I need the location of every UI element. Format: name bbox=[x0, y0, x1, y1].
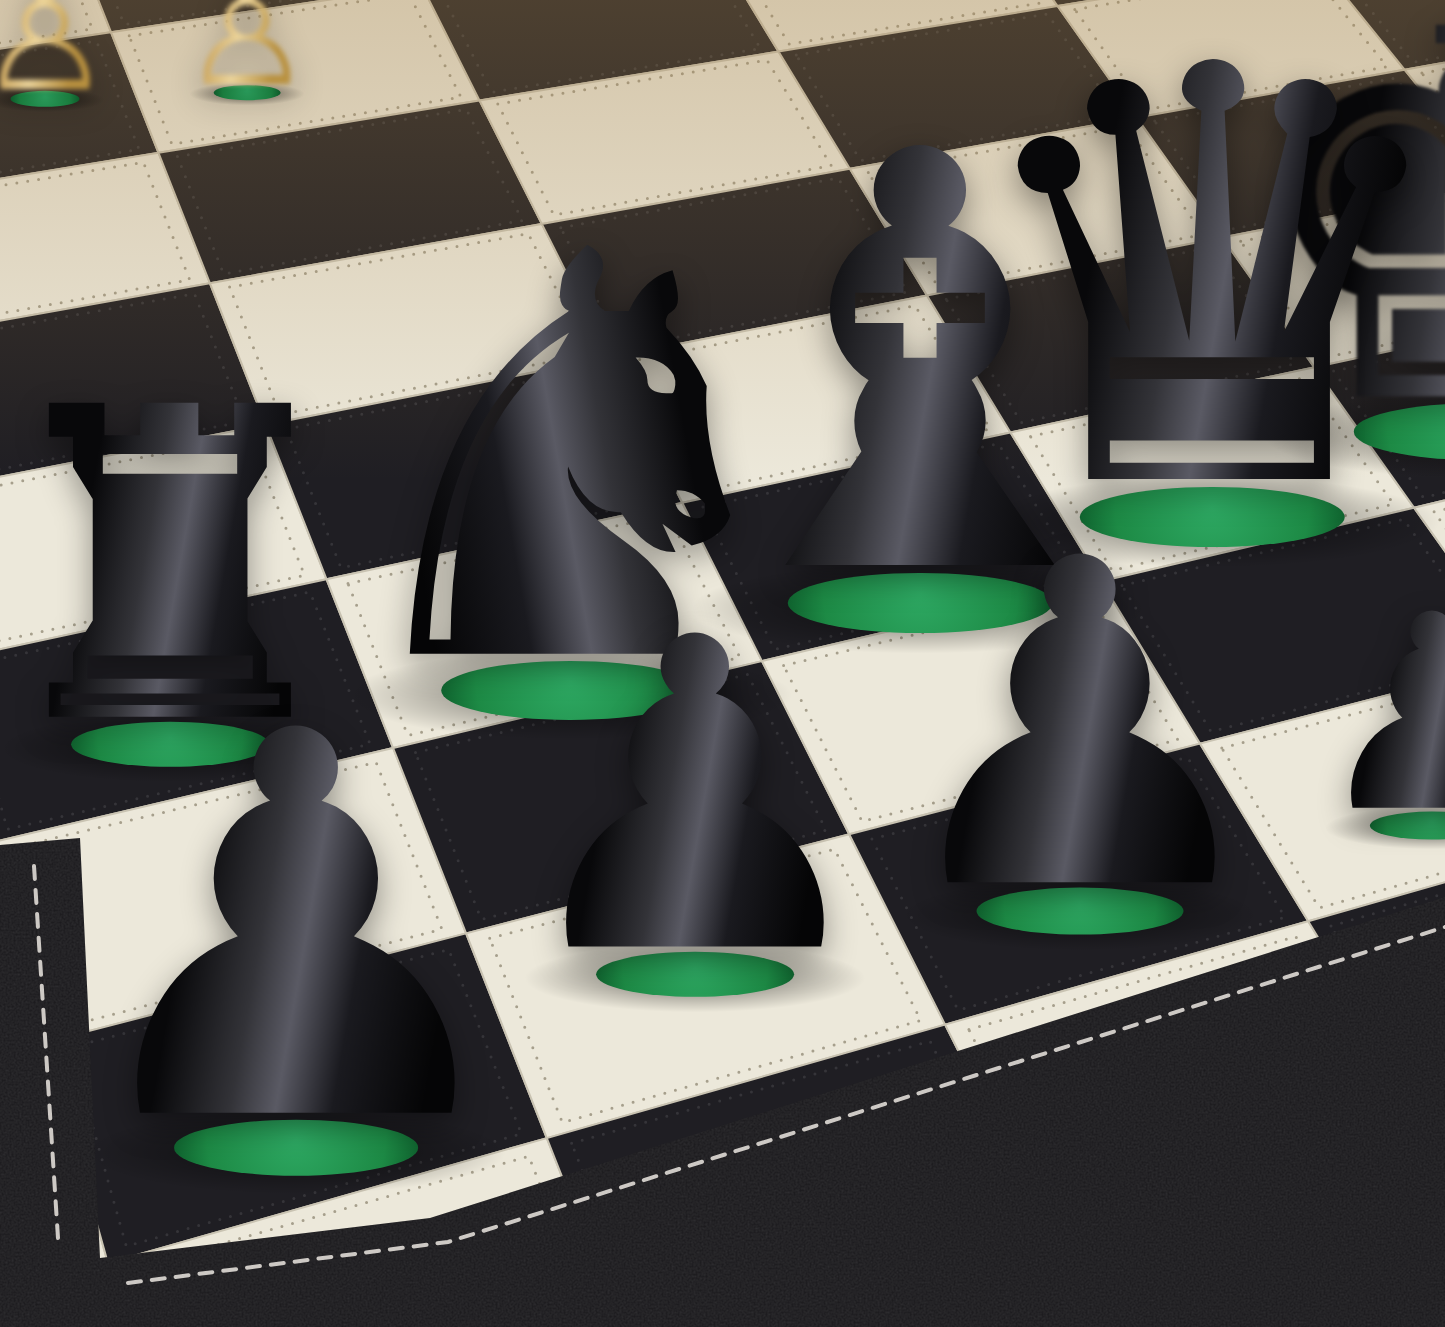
chess-photo-scene: ♙♙♚♛♝♞♜♟♟♟♟ bbox=[0, 0, 1445, 1327]
white-piece-far-left: ♙ bbox=[0, 0, 112, 112]
black-pawn-partial: ♟ bbox=[1311, 580, 1445, 850]
black-pawn-c: ♟ bbox=[878, 501, 1281, 951]
white-piece-far-right: ♙ bbox=[182, 0, 312, 106]
black-pawn-b: ♟ bbox=[502, 582, 888, 1012]
black-pawn-a: ♟ bbox=[58, 664, 533, 1194]
